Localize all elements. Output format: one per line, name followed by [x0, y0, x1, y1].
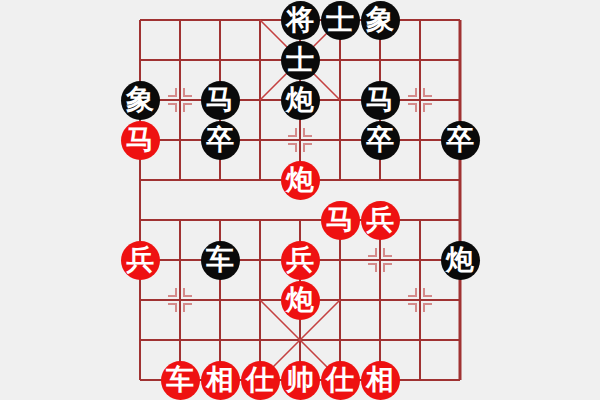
- piece-red-soldier[interactable]: 兵: [281, 241, 320, 280]
- piece-black-soldier[interactable]: 卒: [441, 121, 480, 160]
- piece-red-cannon[interactable]: 炮: [281, 281, 320, 320]
- piece-black-advisor[interactable]: 士: [281, 41, 320, 80]
- piece-red-advisor[interactable]: 仕: [241, 361, 280, 400]
- piece-black-chariot[interactable]: 车: [201, 241, 240, 280]
- piece-black-cannon[interactable]: 炮: [441, 241, 480, 280]
- piece-black-elephant[interactable]: 象: [121, 81, 160, 120]
- piece-red-horse[interactable]: 马: [121, 121, 160, 160]
- piece-red-general[interactable]: 帅: [281, 361, 320, 400]
- piece-black-horse[interactable]: 马: [201, 81, 240, 120]
- piece-red-cannon[interactable]: 炮: [281, 161, 320, 200]
- piece-red-soldier[interactable]: 兵: [361, 201, 400, 240]
- piece-red-elephant[interactable]: 相: [201, 361, 240, 400]
- piece-red-chariot[interactable]: 车: [161, 361, 200, 400]
- piece-red-soldier[interactable]: 兵: [121, 241, 160, 280]
- piece-black-horse[interactable]: 马: [361, 81, 400, 120]
- piece-red-elephant[interactable]: 相: [361, 361, 400, 400]
- piece-black-soldier[interactable]: 卒: [201, 121, 240, 160]
- piece-black-general[interactable]: 将: [281, 1, 320, 40]
- piece-red-advisor[interactable]: 仕: [321, 361, 360, 400]
- piece-black-cannon[interactable]: 炮: [281, 81, 320, 120]
- piece-black-soldier[interactable]: 卒: [361, 121, 400, 160]
- piece-black-advisor[interactable]: 士: [321, 1, 360, 40]
- pieces-grid: 将士象士象马炮马卒卒卒马炮马兵兵车兵炮炮车相仕帅仕相: [120, 0, 480, 400]
- xiangqi-board-screen: 将士象士象马炮马卒卒卒马炮马兵兵车兵炮炮车相仕帅仕相: [0, 0, 600, 400]
- piece-red-horse[interactable]: 马: [321, 201, 360, 240]
- piece-black-elephant[interactable]: 象: [361, 1, 400, 40]
